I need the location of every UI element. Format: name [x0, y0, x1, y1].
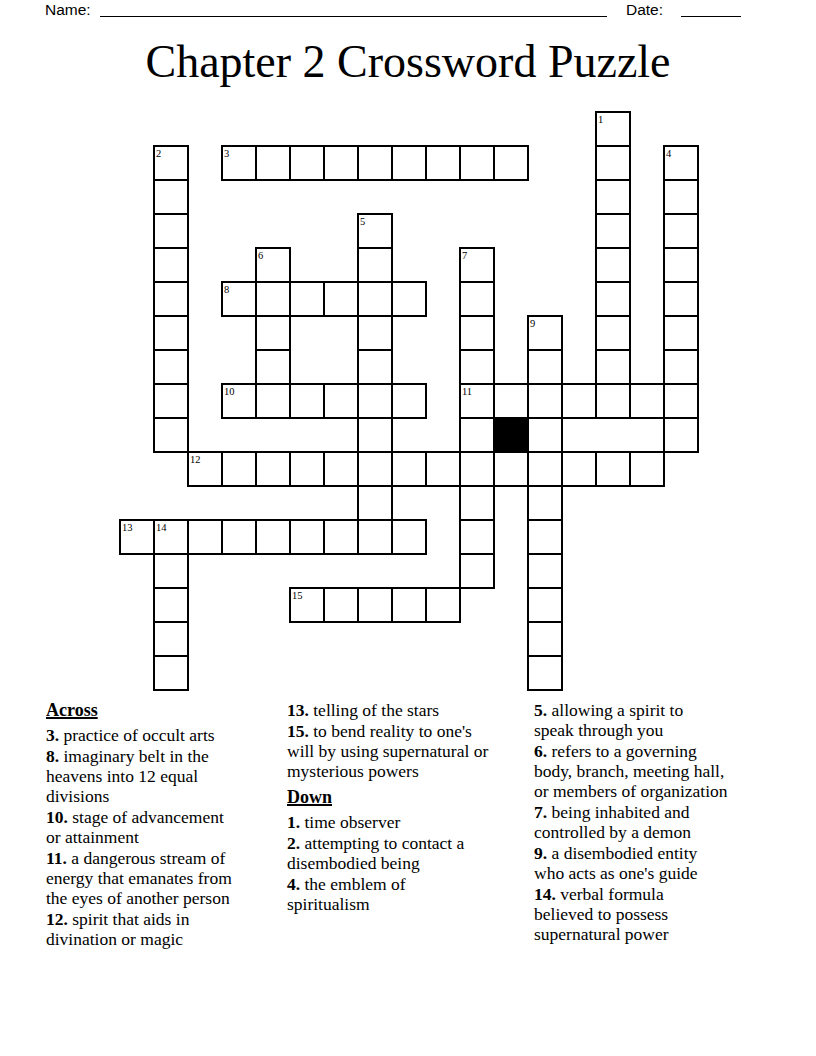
- cell-number-10: 10: [224, 386, 235, 397]
- cell-divider: [155, 655, 187, 657]
- cell-divider: [561, 385, 563, 417]
- clue-1: 1. time observer: [287, 812, 535, 832]
- cell-divider: [289, 521, 291, 553]
- cell-divider: [597, 349, 629, 351]
- word-9-down[interactable]: [527, 315, 563, 691]
- cell-divider: [323, 147, 325, 179]
- clue-15: 15. to bend reality to one's will by usi…: [287, 721, 535, 781]
- cell-divider: [527, 453, 529, 485]
- cell-divider: [323, 453, 325, 485]
- cell-divider: [597, 179, 629, 181]
- clue-8: 8. imaginary belt in the heavens into 12…: [46, 746, 284, 806]
- clue-number: 3.: [46, 725, 59, 745]
- cell-number-12: 12: [190, 454, 201, 465]
- cell-number-8: 8: [224, 284, 229, 295]
- cell-divider: [391, 385, 393, 417]
- cell-divider: [359, 247, 391, 249]
- cell-divider: [289, 147, 291, 179]
- clue-number: 11.: [46, 848, 67, 868]
- cell-divider: [323, 521, 325, 553]
- cell-divider: [425, 453, 427, 485]
- clue-header-across: Across: [46, 700, 284, 720]
- cell-divider: [357, 453, 359, 485]
- clue-11: 11. a dangerous stream of energy that em…: [46, 848, 284, 908]
- clue-text: stage of advancement or attainment: [46, 807, 224, 847]
- cell-divider: [595, 453, 597, 485]
- cell-divider: [665, 281, 697, 283]
- clue-column-1: Across3. practice of occult arts8. imagi…: [46, 700, 284, 950]
- cell-number-7: 7: [462, 250, 467, 261]
- clue-text: spirit that aids in divination or magic: [46, 909, 189, 949]
- cell-divider: [597, 145, 629, 147]
- clue-text: time observer: [300, 812, 400, 832]
- cell-divider: [493, 147, 495, 179]
- cell-divider: [665, 213, 697, 215]
- clue-number: 7.: [534, 802, 547, 822]
- clue-number: 5.: [534, 700, 547, 720]
- cell-divider: [155, 247, 187, 249]
- cell-divider: [391, 147, 393, 179]
- cell-divider: [289, 385, 291, 417]
- word-1-down[interactable]: [595, 111, 631, 419]
- clue-text: a dangerous stream of energy that emanat…: [46, 848, 232, 908]
- cell-number-14: 14: [156, 522, 167, 533]
- worksheet-page: Name: Date: Chapter 2 Crossword Puzzle 1…: [0, 0, 816, 1056]
- word-3-across[interactable]: [221, 145, 529, 181]
- clue-4: 4. the emblem of spiritualism: [287, 874, 535, 914]
- clue-number: 10.: [46, 807, 68, 827]
- clue-number: 2.: [287, 833, 300, 853]
- cell-divider: [255, 453, 257, 485]
- cell-divider: [629, 385, 631, 417]
- clue-6: 6. refers to a governing body, branch, m…: [534, 741, 784, 801]
- clue-text: being inhabited and controlled by a demo…: [534, 802, 691, 842]
- word-11-across[interactable]: [459, 383, 699, 419]
- clue-header-down: Down: [287, 787, 535, 807]
- cell-divider: [255, 283, 257, 315]
- clue-10: 10. stage of advancement or attainment: [46, 807, 284, 847]
- cell-divider: [493, 453, 495, 485]
- cell-divider: [597, 281, 629, 283]
- cell-divider: [155, 213, 187, 215]
- cell-divider: [665, 247, 697, 249]
- clue-text: the emblem of spiritualism: [287, 874, 406, 914]
- clue-number: 1.: [287, 812, 300, 832]
- cell-divider: [529, 349, 561, 351]
- cell-divider: [459, 147, 461, 179]
- cell-divider: [155, 621, 187, 623]
- word-2-down[interactable]: [153, 145, 189, 453]
- cell-divider: [629, 453, 631, 485]
- cell-divider: [391, 453, 393, 485]
- clue-number: 14.: [534, 884, 556, 904]
- clue-number: 6.: [534, 741, 547, 761]
- clue-7: 7. being inhabited and controlled by a d…: [534, 802, 784, 842]
- cell-divider: [357, 385, 359, 417]
- clue-2: 2. attempting to contact a disembodied b…: [287, 833, 535, 873]
- cell-number-9: 9: [530, 318, 535, 329]
- cell-divider: [323, 283, 325, 315]
- cell-divider: [529, 587, 561, 589]
- clue-column-2: 13. telling of the stars15. to bend real…: [287, 700, 535, 915]
- cell-number-13: 13: [122, 522, 133, 533]
- clue-number: 13.: [287, 700, 309, 720]
- cell-divider: [357, 283, 359, 315]
- cell-divider: [529, 655, 561, 657]
- cell-divider: [493, 385, 495, 417]
- clue-text: allowing a spirit to speak through you: [534, 700, 683, 740]
- clue-text: to bend reality to one's will by using s…: [287, 721, 488, 781]
- cell-divider: [459, 453, 461, 485]
- cell-divider: [289, 283, 291, 315]
- cell-divider: [425, 147, 427, 179]
- word-15-across[interactable]: [289, 587, 461, 623]
- cell-divider: [529, 519, 561, 521]
- cell-divider: [357, 589, 359, 621]
- cell-divider: [155, 587, 187, 589]
- cell-divider: [155, 281, 187, 283]
- cell-divider: [255, 147, 257, 179]
- cell-divider: [323, 385, 325, 417]
- cell-divider: [597, 315, 629, 317]
- clue-number: 15.: [287, 721, 309, 741]
- cell-divider: [663, 385, 665, 417]
- clue-13: 13. telling of the stars: [287, 700, 535, 720]
- word-10-across[interactable]: [221, 383, 427, 419]
- clue-text: attempting to contact a disembodied bein…: [287, 833, 464, 873]
- cell-divider: [155, 179, 187, 181]
- cell-number-6: 6: [258, 250, 263, 261]
- cell-divider: [359, 349, 391, 351]
- clue-text: refers to a governing body, branch, meet…: [534, 741, 728, 801]
- word-12-across[interactable]: [187, 451, 665, 487]
- cell-divider: [461, 315, 493, 317]
- clue-3: 3. practice of occult arts: [46, 725, 284, 745]
- cell-divider: [155, 383, 187, 385]
- cell-number-4: 4: [666, 148, 671, 159]
- cell-divider: [155, 315, 187, 317]
- clue-5: 5. allowing a spirit to speak through yo…: [534, 700, 784, 740]
- cell-divider: [665, 315, 697, 317]
- cell-divider: [597, 213, 629, 215]
- cell-divider: [561, 453, 563, 485]
- cell-divider: [529, 553, 561, 555]
- clue-number: 12.: [46, 909, 68, 929]
- cell-divider: [221, 521, 223, 553]
- clue-text: a disembodied entity who acts as one's g…: [534, 843, 698, 883]
- cell-divider: [529, 621, 561, 623]
- cell-number-5: 5: [360, 216, 365, 227]
- cell-divider: [595, 385, 597, 417]
- cell-divider: [255, 521, 257, 553]
- clue-number: 8.: [46, 746, 59, 766]
- cell-divider: [255, 385, 257, 417]
- clue-number: 9.: [534, 843, 547, 863]
- black-cell: [493, 417, 529, 453]
- cell-divider: [391, 589, 393, 621]
- clue-number: 4.: [287, 874, 300, 894]
- clue-12: 12. spirit that aids in divination or ma…: [46, 909, 284, 949]
- cell-divider: [425, 589, 427, 621]
- cell-number-11: 11: [462, 386, 472, 397]
- cell-divider: [391, 521, 393, 553]
- cell-divider: [461, 519, 493, 521]
- cell-divider: [289, 453, 291, 485]
- clue-9: 9. a disembodied entity who acts as one'…: [534, 843, 784, 883]
- cell-divider: [221, 453, 223, 485]
- cell-divider: [155, 553, 187, 555]
- cell-divider: [357, 147, 359, 179]
- cell-divider: [357, 521, 359, 553]
- cell-divider: [461, 553, 493, 555]
- cell-divider: [257, 349, 289, 351]
- open-cells-rect[interactable]: [561, 417, 665, 453]
- word-8-across[interactable]: [221, 281, 427, 317]
- cell-divider: [461, 281, 493, 283]
- cell-divider: [391, 283, 393, 315]
- cell-divider: [527, 385, 529, 417]
- clue-text: telling of the stars: [309, 700, 439, 720]
- clue-14: 14. verbal formula believed to possess s…: [534, 884, 784, 944]
- cell-divider: [155, 417, 187, 419]
- cell-divider: [597, 247, 629, 249]
- cell-divider: [323, 589, 325, 621]
- cell-number-2: 2: [156, 148, 161, 159]
- cell-divider: [461, 349, 493, 351]
- cell-number-3: 3: [224, 148, 229, 159]
- cell-divider: [155, 349, 187, 351]
- cell-number-1: 1: [598, 114, 603, 125]
- cell-divider: [665, 349, 697, 351]
- word-14-down[interactable]: [153, 519, 189, 691]
- cell-number-15: 15: [292, 590, 303, 601]
- cell-divider: [665, 179, 697, 181]
- clue-column-3: 5. allowing a spirit to speak through yo…: [534, 700, 784, 945]
- clue-text: imaginary belt in the heavens into 12 eq…: [46, 746, 209, 806]
- clue-text: practice of occult arts: [59, 725, 214, 745]
